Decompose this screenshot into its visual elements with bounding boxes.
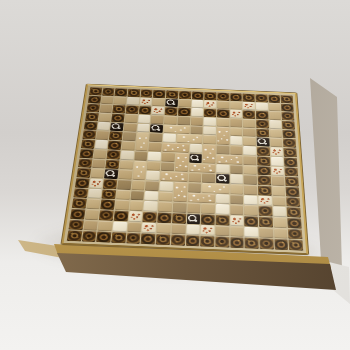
tile-D-r0c4 [140,89,153,97]
tile-c-r10c6 [159,181,173,191]
tile-b-r1c1 [101,96,114,104]
tile-b-r14c10 [215,226,229,237]
tile-k-r4c2 [110,122,123,131]
tile-b-r4c11 [230,127,242,136]
tile-D-r15c10 [215,237,229,248]
tile-D-r11c2 [102,189,116,199]
tile-b-r12c4 [129,201,143,211]
tile-b-r9c3 [118,170,132,180]
tile-c-r7c3 [121,150,135,159]
tile-c-r14c3 [112,221,127,232]
tile-b-r14c1 [83,220,98,231]
tile-D-r5c0 [82,130,96,139]
tile-R-r5c7 [176,134,202,144]
tile-s-r6c14 [270,147,283,156]
tile-D-r0c11 [230,93,242,101]
tile-b-r12c8 [187,203,201,213]
tile-D-r12c0 [72,198,87,208]
tile-R-r9c6 [160,171,187,181]
tile-D-r15c2 [96,232,111,243]
tile-b-r12c3 [115,200,129,210]
tile-b-r8c1 [92,159,106,169]
tile-D-r13c15 [288,218,302,229]
tile-R-r4c6 [163,125,189,135]
tile-D-r6c15 [284,148,297,157]
tile-D-r2c9 [204,109,216,118]
tile-b-r12c1 [86,199,101,209]
tile-D-r13c13 [259,217,273,228]
tile-b-r12c12 [244,205,258,215]
tile-b-r1c14 [268,103,280,112]
tile-b-r14c14 [274,228,288,239]
tile-D-r15c5 [141,233,156,244]
tile-b-r3c3 [125,114,138,123]
tile-D-r0c14 [268,94,280,102]
tile-t-r4c8 [190,126,203,135]
tile-b-r7c6 [162,152,175,161]
tile-b-r2c1 [100,104,113,113]
tile-D-r3c15 [282,121,295,130]
tile-c-r5c6 [163,134,176,143]
tile-D-r13c10 [215,215,229,226]
tile-V-r4c10 [217,127,230,145]
photo-scene [0,0,350,350]
tile-D-r8c15 [285,167,298,177]
tile-D-r9c0 [76,168,90,178]
tile-D-r14c0 [68,219,83,230]
tile-b-r9c14 [271,176,284,186]
tile-c-r11c12 [244,195,257,205]
tile-D-r2c6 [165,107,178,116]
tile-c-r6c8 [189,144,202,153]
tile-D-r15c8 [185,235,199,246]
tile-c-r1c8 [191,100,203,108]
tile-c-r7c5 [148,152,161,161]
tile-D-r0c6 [166,90,178,98]
tile-D-r3c13 [256,120,269,129]
tile-c-r3c4 [138,115,151,124]
tile-D-r0c13 [255,94,267,102]
tile-b-r3c11 [230,119,242,128]
tile-b-r14c13 [259,227,273,238]
tile-D-r0c15 [281,95,293,103]
tile-c-r14c8 [186,224,200,235]
tile-k-r1c6 [165,99,178,107]
tile-D-r15c4 [126,233,141,244]
tile-b-r13c14 [273,217,287,228]
mosaic-tray [61,0,318,255]
tile-t-r10c8 [188,183,201,193]
tile-D-r5c15 [283,139,296,148]
tile-b-r14c2 [98,221,113,232]
tile-D-r15c9 [200,236,214,247]
tile-D-r15c7 [171,235,185,246]
tile-c-r1c3 [127,97,140,105]
tile-V-r8c4 [132,161,147,181]
tile-c-r4c4 [137,124,150,133]
tile-b-r5c9 [203,135,216,144]
tile-D-r0c8 [192,91,204,99]
tile-b-r14c4 [127,222,142,233]
tile-t-r9c12 [244,175,257,185]
tile-b-r3c10 [217,118,229,127]
tile-b-r12c6 [158,202,172,212]
tile-D-r2c3 [126,105,139,114]
tile-t-r3c7 [177,116,190,125]
tile-V-r7c7 [175,153,189,172]
tile-D-r12c15 [287,207,301,217]
tile-c-r4c1 [97,122,111,131]
tile-b-r11c14 [272,196,286,206]
tile-b-r2c14 [269,111,282,120]
tile-D-r2c7 [178,108,191,117]
tile-c-r9c11 [230,174,243,184]
tile-D-r13c12 [244,216,258,227]
tile-D-r11c0 [73,188,88,198]
tile-t-r10c3 [117,180,131,190]
tile-D-r6c0 [81,139,95,148]
tile-b-r14c11 [230,226,244,237]
tile-b-r13c1 [85,209,100,220]
tile-k-r4c5 [150,124,163,133]
tile-b-r3c5 [151,115,164,124]
tile-c-r9c5 [146,171,160,181]
tile-b-r1c7 [178,99,190,107]
tile-k-r9c2 [104,169,118,179]
tile-b-r14c7 [171,224,185,235]
tile-t-r12c7 [172,202,186,212]
tile-D-r15c6 [156,234,170,245]
tile-c-r11c1 [88,188,103,198]
tile-D-r10c0 [75,178,90,188]
tile-c-r3c9 [204,117,216,126]
tile-D-r0c3 [127,89,140,97]
tile-D-r9c15 [285,177,299,187]
tile-D-r12c13 [258,206,272,216]
tile-c-r7c14 [271,157,284,167]
tile-D-r0c2 [115,88,128,96]
tile-k-r5c13 [257,138,270,147]
tile-D-r10c13 [258,185,271,195]
tile-t-r6c10 [216,145,229,154]
tile-t-r8c11 [230,165,243,175]
tile-R-r10c9 [202,183,229,194]
tile-b-r4c12 [243,128,256,137]
tile-b-r5c12 [243,137,256,146]
tile-c-r4c9 [203,126,216,135]
tile-c-r11c5 [145,191,159,201]
tile-R-r11c8 [187,193,215,204]
tile-t-r10c5 [145,181,159,191]
tile-c-r12c14 [273,207,287,217]
tile-D-r7c2 [107,150,121,159]
tile-D-r6c13 [257,147,270,156]
tile-b-r3c8 [190,117,203,126]
tile-D-r13c5 [143,212,157,223]
tile-b-r1c10 [217,101,229,109]
tile-s-r1c9 [204,100,216,108]
tile-c-r12c5 [144,201,158,211]
tile-b-r10c11 [230,184,243,194]
tile-D-r7c0 [79,149,93,158]
tile-D-r12c2 [101,199,116,209]
tile-D-r0c1 [102,88,115,96]
tile-D-r10c15 [286,187,300,197]
tile-c-r1c13 [256,102,268,111]
tile-D-r13c7 [172,213,186,224]
tile-D-r7c15 [284,157,297,167]
tile-D-r13c6 [157,212,171,223]
tile-D-r11c15 [286,197,300,207]
tile-t-r9c9 [202,173,215,183]
tile-b-r9c1 [90,169,104,179]
tile-D-r7c13 [257,156,270,165]
tile-R-r7c10 [216,154,242,164]
tile-t-r11c4 [130,190,144,200]
tile-D-r15c3 [111,232,126,243]
tile-b-r10c14 [272,186,286,196]
tile-t-r5c3 [123,132,136,141]
tile-t-r11c11 [230,194,243,204]
tile-b-r6c5 [149,142,162,151]
tile-b-r8c5 [147,161,161,171]
tile-s-r1c12 [243,102,255,111]
tile-V-r10c7 [173,182,187,202]
tile-D-r14c15 [288,229,302,240]
tile-D-r15c13 [259,238,273,249]
tile-D-r1c15 [281,103,294,112]
tile-b-r14c6 [157,223,171,234]
tile-s-r13c11 [230,215,244,226]
tile-b-r12c9 [201,204,215,214]
tile-V-r5c4 [135,133,149,151]
tile-D-r2c0 [86,104,99,113]
tile-b-r1c2 [114,96,127,104]
tile-s-r2c5 [152,107,165,116]
tile-b-r4c14 [269,129,282,138]
tile-D-r0c5 [153,90,166,98]
tile-D-r0c0 [89,87,102,95]
tile-s-r14c5 [142,222,156,233]
tile-D-r15c11 [230,237,244,248]
tile-b-r8c3 [119,160,133,170]
tile-s-r1c4 [139,98,152,106]
tile-D-r13c0 [70,209,85,220]
tile-D-r4c15 [283,130,296,139]
tile-D-r15c15 [289,240,303,251]
tile-D-r13c3 [114,211,129,222]
tile-D-r15c0 [67,230,82,241]
tile-D-r8c0 [78,158,92,168]
tile-D-r3c2 [111,114,124,123]
tile-b-r11c6 [159,191,173,201]
tile-D-r6c2 [108,141,122,150]
tile-D-r2c13 [256,111,268,120]
tile-D-r0c9 [204,92,216,100]
tile-b-r3c12 [243,119,255,128]
tile-D-r2c2 [113,105,126,114]
tile-R-r6c6 [162,143,189,153]
tile-D-r15c1 [82,231,97,242]
mosaic-board [61,84,308,254]
tile-D-r5c2 [109,131,123,140]
tile-b-r10c4 [131,180,145,190]
tile-b-r6c11 [230,146,243,155]
tile-b-r4c3 [124,123,137,132]
tile-c-r5c11 [230,136,243,145]
tile-t-r7c4 [134,151,148,160]
tile-D-r8c13 [257,166,270,176]
tile-D-r2c12 [243,110,255,119]
tile-b-r8c12 [244,165,257,175]
tile-c-r6c1 [94,140,108,149]
tile-V-r6c9 [203,144,216,163]
tile-b-r12c11 [230,205,243,215]
tile-b-r6c3 [122,141,136,150]
tile-c-r3c14 [269,120,282,129]
tile-c-r2c8 [191,108,203,117]
tile-s-r13c4 [128,211,142,222]
tile-c-r6c12 [243,146,256,155]
tile-D-r10c2 [103,179,117,189]
tile-b-r5c1 [96,131,110,140]
tile-k-r7c8 [189,153,202,162]
tile-b-r7c12 [244,156,257,165]
tile-c-r8c10 [216,164,229,174]
tile-b-r1c11 [230,101,242,109]
tile-k-r13c8 [186,214,200,225]
tile-c-r14c12 [245,227,259,238]
tile-D-r9c13 [258,175,271,185]
tile-s-r8c14 [271,166,284,176]
tile-b-r3c6 [164,116,177,125]
tile-D-r4c0 [84,121,98,130]
tile-D-r3c0 [85,112,98,121]
tile-t-r8c6 [161,162,174,172]
tile-D-r15c12 [245,238,259,249]
tile-D-r13c9 [201,214,215,225]
tile-b-r7c1 [93,149,107,158]
tile-D-r13c2 [99,210,114,221]
tile-R-r8c8 [189,163,216,173]
tile-b-r3c1 [98,113,111,122]
tile-b-r5c14 [270,138,283,147]
tile-s-r14c9 [201,225,215,236]
tile-D-r0c7 [179,91,191,99]
tile-D-r8c2 [106,159,120,169]
tile-D-r0c12 [243,93,255,101]
tile-D-r2c15 [282,112,295,121]
tile-c-r11c10 [216,194,229,204]
tile-D-r1c0 [88,95,101,103]
tile-D-r2c4 [139,106,152,115]
tile-b-r1c5 [152,98,165,106]
tile-s-r2c11 [230,110,242,119]
tile-k-r9c10 [216,174,229,184]
tile-b-r10c12 [244,185,257,195]
tile-s-r11c13 [258,196,272,206]
tile-D-r0c10 [217,92,229,100]
tile-b-r9c8 [188,173,201,183]
tile-D-r15c14 [274,239,288,250]
tile-c-r12c10 [216,204,229,214]
tile-t-r5c5 [149,133,162,142]
tile-b-r11c3 [116,190,130,200]
tile-s-r10c1 [89,178,103,188]
tile-D-r4c13 [256,128,269,137]
tile-D-r2c10 [217,109,229,118]
